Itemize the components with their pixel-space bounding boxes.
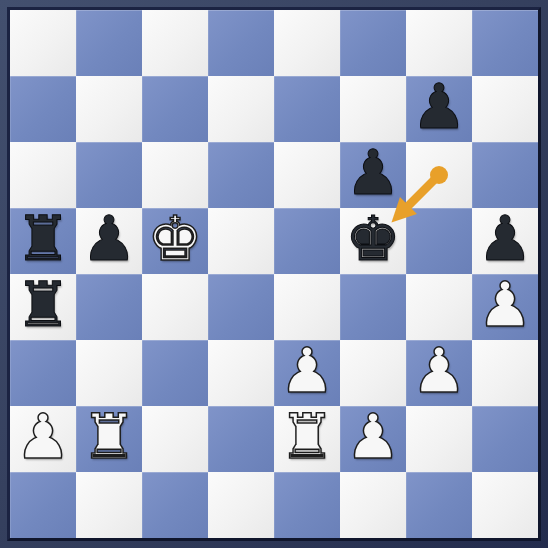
square-b8[interactable] (76, 10, 142, 76)
square-c6[interactable] (142, 142, 208, 208)
square-f7[interactable] (340, 76, 406, 142)
piece-black-king-f5[interactable]: ♚ (345, 206, 401, 272)
square-f2[interactable]: ♟ (340, 406, 406, 472)
square-h3[interactable] (472, 340, 538, 406)
square-a1[interactable] (10, 472, 76, 538)
piece-white-rook-b2[interactable]: ♜ (81, 404, 137, 470)
square-d1[interactable] (208, 472, 274, 538)
piece-white-rook-e2[interactable]: ♜ (279, 404, 335, 470)
square-g8[interactable] (406, 10, 472, 76)
piece-black-pawn-g7[interactable]: ♟ (411, 74, 467, 140)
square-g3[interactable]: ♟ (406, 340, 472, 406)
piece-white-pawn-g3[interactable]: ♟ (411, 338, 467, 404)
square-f8[interactable] (340, 10, 406, 76)
square-c8[interactable] (142, 10, 208, 76)
square-f4[interactable] (340, 274, 406, 340)
square-e6[interactable] (274, 142, 340, 208)
piece-white-pawn-e3[interactable]: ♟ (279, 338, 335, 404)
square-h2[interactable] (472, 406, 538, 472)
piece-white-pawn-f2[interactable]: ♟ (345, 404, 401, 470)
square-g7[interactable]: ♟ (406, 76, 472, 142)
piece-white-pawn-a2[interactable]: ♟ (15, 404, 71, 470)
square-e7[interactable] (274, 76, 340, 142)
square-f5[interactable]: ♚ (340, 208, 406, 274)
square-f3[interactable] (340, 340, 406, 406)
piece-black-pawn-b5[interactable]: ♟ (81, 206, 137, 272)
square-a7[interactable] (10, 76, 76, 142)
square-d5[interactable] (208, 208, 274, 274)
piece-white-king-c5[interactable]: ♚ (147, 206, 203, 272)
square-b7[interactable] (76, 76, 142, 142)
chess-board: ♟♟♜♟♚♚♟♜♟♟♟♟♜♜♟ (10, 10, 538, 538)
square-e3[interactable]: ♟ (274, 340, 340, 406)
square-e8[interactable] (274, 10, 340, 76)
square-a4[interactable]: ♜ (10, 274, 76, 340)
square-b2[interactable]: ♜ (76, 406, 142, 472)
square-f1[interactable] (340, 472, 406, 538)
square-a3[interactable] (10, 340, 76, 406)
square-e2[interactable]: ♜ (274, 406, 340, 472)
square-d7[interactable] (208, 76, 274, 142)
square-g4[interactable] (406, 274, 472, 340)
square-h4[interactable]: ♟ (472, 274, 538, 340)
square-e1[interactable] (274, 472, 340, 538)
square-d3[interactable] (208, 340, 274, 406)
square-h6[interactable] (472, 142, 538, 208)
square-c2[interactable] (142, 406, 208, 472)
piece-black-rook-a5[interactable]: ♜ (15, 206, 71, 272)
square-c7[interactable] (142, 76, 208, 142)
board-inner-border: ♟♟♜♟♚♚♟♜♟♟♟♟♜♜♟ (7, 7, 541, 541)
square-c5[interactable]: ♚ (142, 208, 208, 274)
square-c4[interactable] (142, 274, 208, 340)
square-d2[interactable] (208, 406, 274, 472)
square-d8[interactable] (208, 10, 274, 76)
square-c3[interactable] (142, 340, 208, 406)
square-g5[interactable] (406, 208, 472, 274)
square-h1[interactable] (472, 472, 538, 538)
square-h5[interactable]: ♟ (472, 208, 538, 274)
square-b5[interactable]: ♟ (76, 208, 142, 274)
square-g6[interactable] (406, 142, 472, 208)
square-d6[interactable] (208, 142, 274, 208)
square-a5[interactable]: ♜ (10, 208, 76, 274)
square-e5[interactable] (274, 208, 340, 274)
square-e4[interactable] (274, 274, 340, 340)
square-g2[interactable] (406, 406, 472, 472)
square-c1[interactable] (142, 472, 208, 538)
piece-black-pawn-f6[interactable]: ♟ (345, 140, 401, 206)
square-b3[interactable] (76, 340, 142, 406)
board-frame: ♟♟♜♟♚♚♟♜♟♟♟♟♜♜♟ (0, 0, 548, 548)
piece-black-rook-a4[interactable]: ♜ (15, 272, 71, 338)
piece-white-pawn-h4[interactable]: ♟ (477, 272, 533, 338)
square-b4[interactable] (76, 274, 142, 340)
square-b1[interactable] (76, 472, 142, 538)
square-b6[interactable] (76, 142, 142, 208)
square-d4[interactable] (208, 274, 274, 340)
square-a8[interactable] (10, 10, 76, 76)
square-h7[interactable] (472, 76, 538, 142)
square-f6[interactable]: ♟ (340, 142, 406, 208)
square-g1[interactable] (406, 472, 472, 538)
square-a2[interactable]: ♟ (10, 406, 76, 472)
square-a6[interactable] (10, 142, 76, 208)
piece-black-pawn-h5[interactable]: ♟ (477, 206, 533, 272)
square-h8[interactable] (472, 10, 538, 76)
